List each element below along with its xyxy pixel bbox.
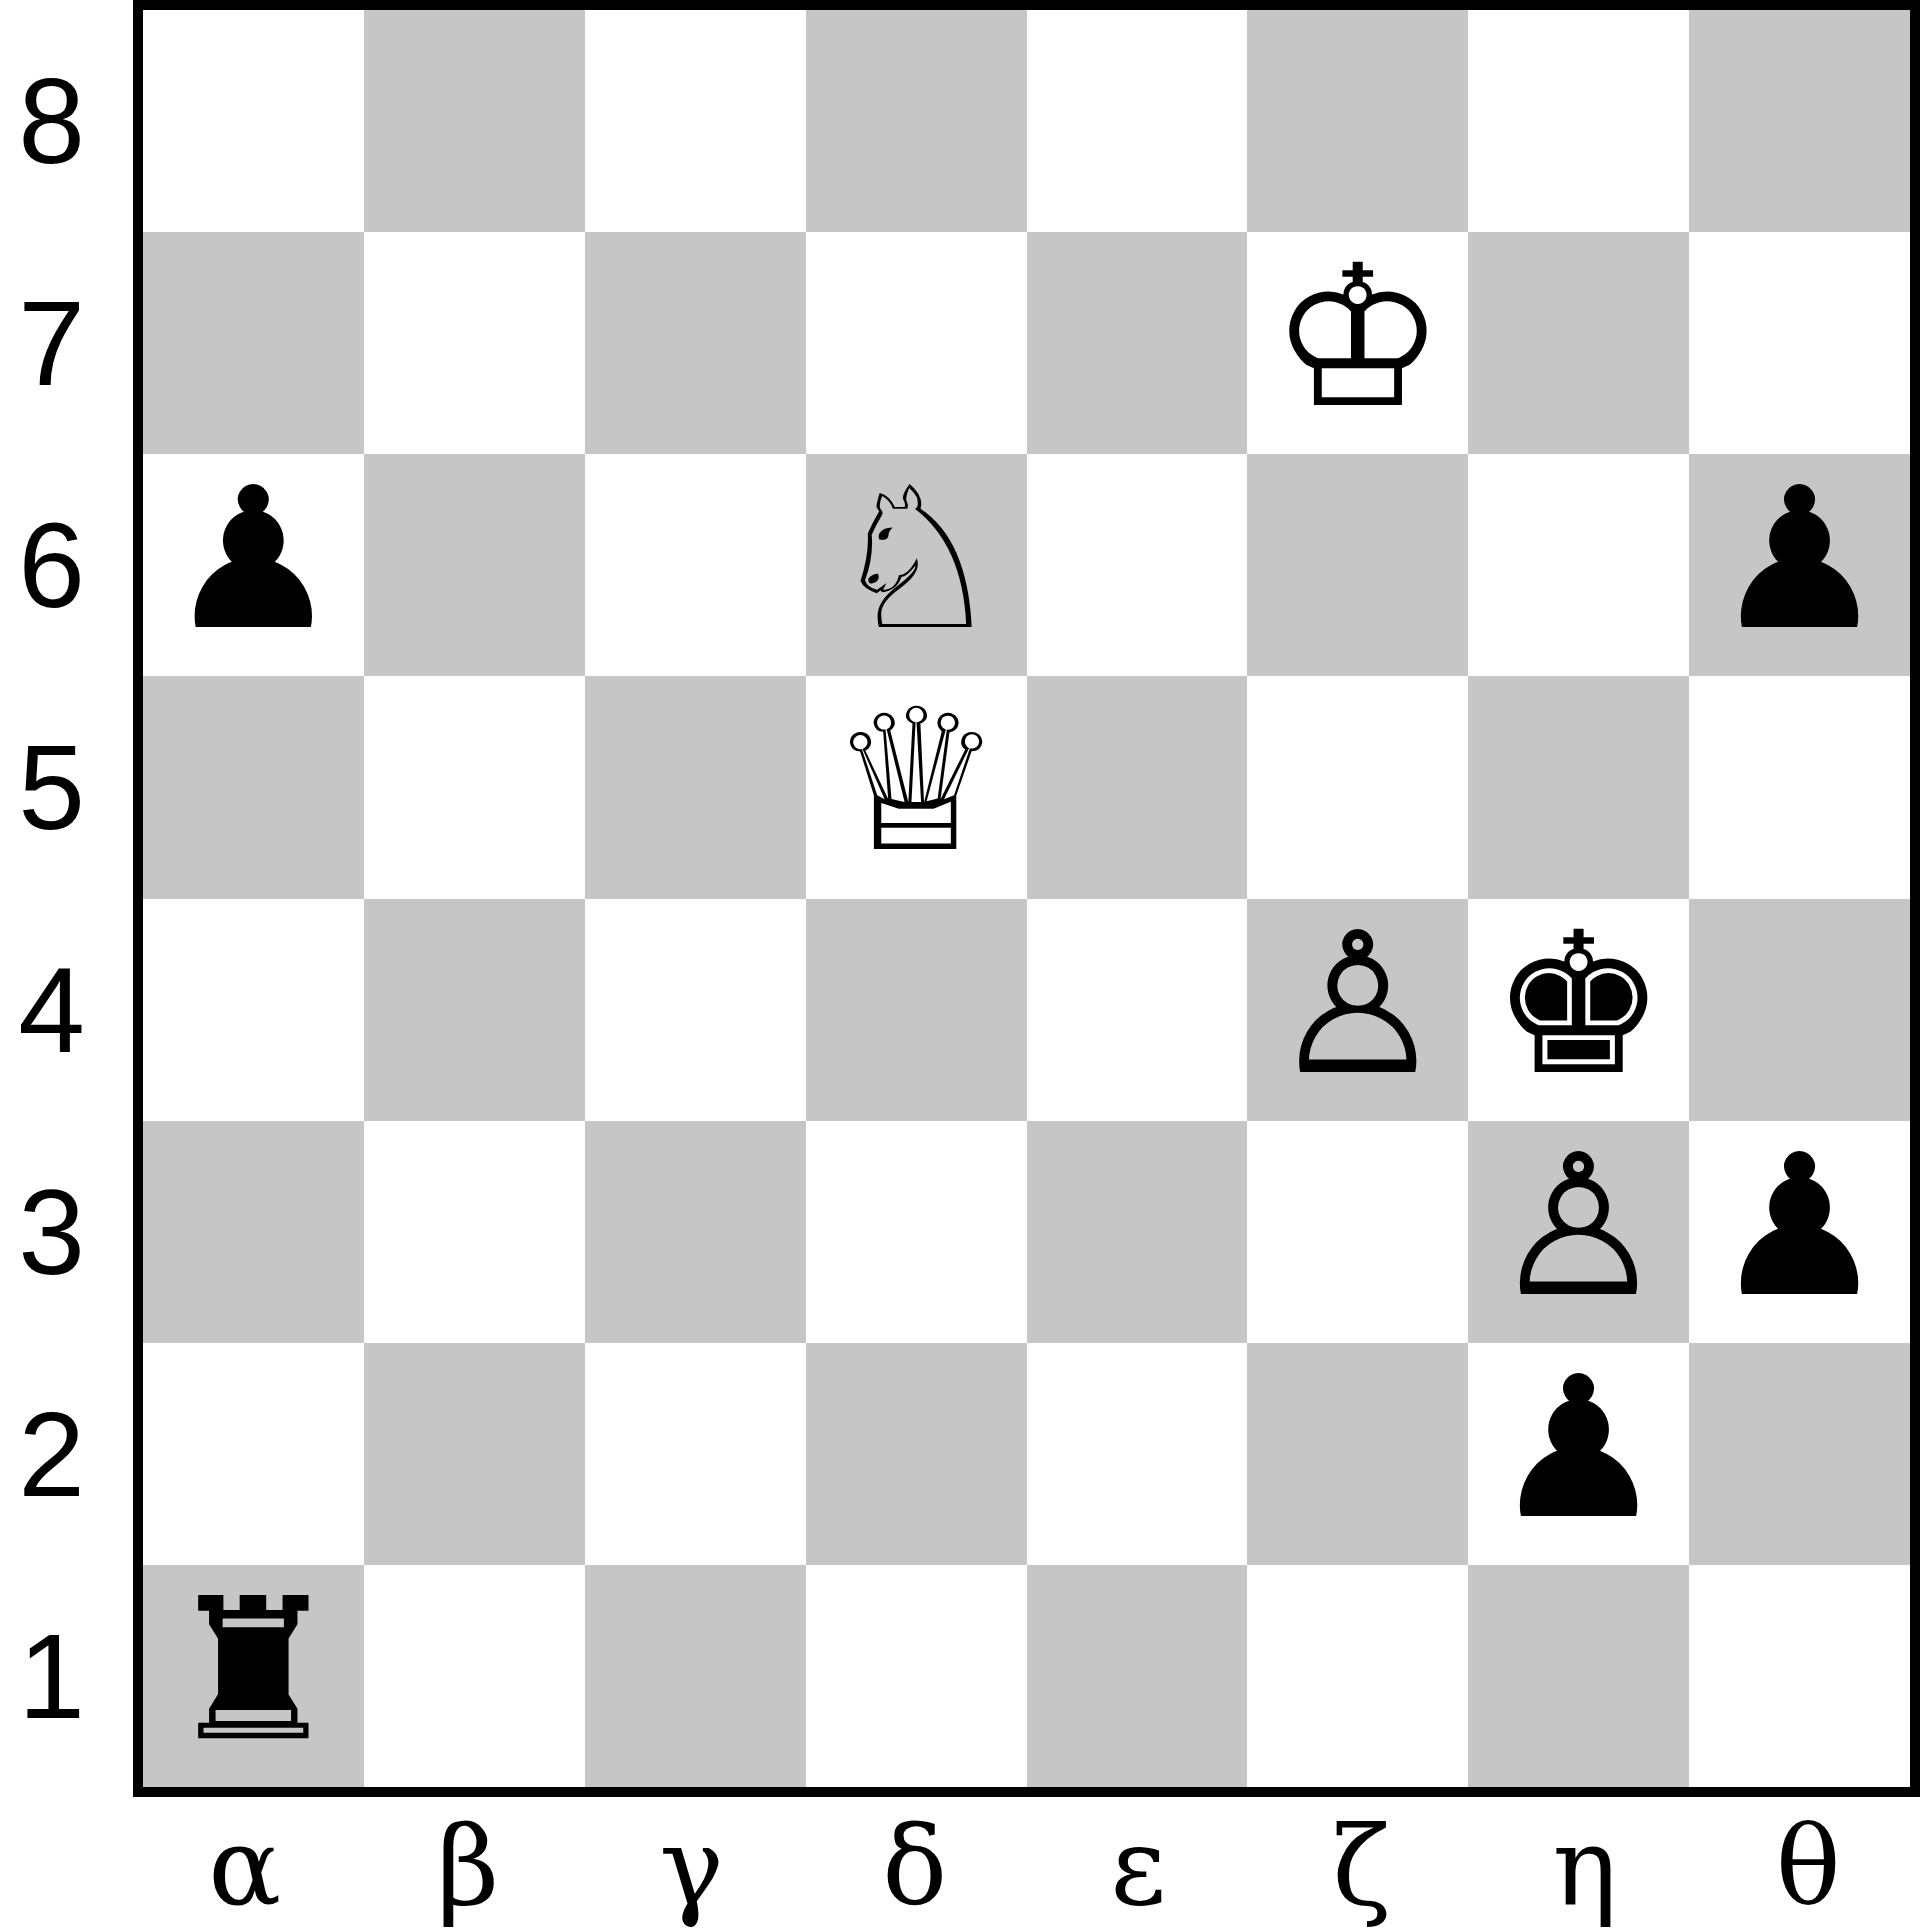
square-ε4[interactable]	[1027, 899, 1248, 1121]
square-γ3[interactable]	[585, 1121, 806, 1343]
board-frame: ♔♟♘♟♕♙♚♙♟♟♜	[133, 0, 1920, 1797]
square-ε7[interactable]	[1027, 232, 1248, 454]
square-ζ4[interactable]: ♙	[1247, 899, 1468, 1121]
square-γ7[interactable]	[585, 232, 806, 454]
square-ζ2[interactable]	[1247, 1343, 1468, 1565]
square-β5[interactable]	[364, 676, 585, 898]
square-ε3[interactable]	[1027, 1121, 1248, 1343]
square-ε2[interactable]	[1027, 1343, 1248, 1565]
square-δ7[interactable]	[806, 232, 1027, 454]
square-α3[interactable]	[143, 1121, 364, 1343]
square-ε8[interactable]	[1027, 10, 1248, 232]
square-α5[interactable]	[143, 676, 364, 898]
file-label-β: β	[356, 1797, 579, 1931]
square-η4[interactable]: ♚	[1468, 899, 1689, 1121]
black-pawn: ♟	[166, 461, 342, 657]
black-pawn: ♟	[1712, 1128, 1888, 1324]
square-α4[interactable]	[143, 899, 364, 1121]
black-pawn: ♟	[1712, 461, 1888, 657]
square-α8[interactable]	[143, 10, 364, 232]
file-label-η: η	[1473, 1797, 1696, 1931]
rank-label-7: 7	[0, 232, 133, 454]
file-label-δ: δ	[803, 1797, 1026, 1931]
square-η3[interactable]: ♙	[1468, 1121, 1689, 1343]
square-γ5[interactable]	[585, 676, 806, 898]
square-α2[interactable]	[143, 1343, 364, 1565]
square-θ3[interactable]: ♟	[1689, 1121, 1910, 1343]
square-θ4[interactable]	[1689, 899, 1910, 1121]
square-η5[interactable]	[1468, 676, 1689, 898]
square-α7[interactable]	[143, 232, 364, 454]
rank-label-2: 2	[0, 1343, 133, 1565]
square-θ7[interactable]	[1689, 232, 1910, 454]
square-γ1[interactable]	[585, 1565, 806, 1787]
square-δ1[interactable]	[806, 1565, 1027, 1787]
rank-label-8: 8	[0, 10, 133, 232]
square-η2[interactable]: ♟	[1468, 1343, 1689, 1565]
square-γ6[interactable]	[585, 454, 806, 676]
square-ζ8[interactable]	[1247, 10, 1468, 232]
square-β1[interactable]	[364, 1565, 585, 1787]
square-δ2[interactable]	[806, 1343, 1027, 1565]
black-pawn: ♟	[1491, 1350, 1667, 1546]
square-θ5[interactable]	[1689, 676, 1910, 898]
square-η7[interactable]	[1468, 232, 1689, 454]
rank-labels: 87654321	[0, 0, 133, 1797]
square-δ8[interactable]	[806, 10, 1027, 232]
file-label-θ: θ	[1697, 1797, 1920, 1931]
square-ζ5[interactable]	[1247, 676, 1468, 898]
square-δ5[interactable]: ♕	[806, 676, 1027, 898]
square-β6[interactable]	[364, 454, 585, 676]
white-king: ♔	[1270, 239, 1446, 435]
square-α6[interactable]: ♟	[143, 454, 364, 676]
square-ζ1[interactable]	[1247, 1565, 1468, 1787]
file-label-γ: γ	[580, 1797, 803, 1931]
white-pawn: ♙	[1491, 1128, 1667, 1324]
square-θ6[interactable]: ♟	[1689, 454, 1910, 676]
square-δ4[interactable]	[806, 899, 1027, 1121]
file-label-ζ: ζ	[1250, 1797, 1473, 1931]
square-α1[interactable]: ♜	[143, 1565, 364, 1787]
file-label-ε: ε	[1027, 1797, 1250, 1931]
white-pawn: ♙	[1270, 906, 1446, 1102]
square-β2[interactable]	[364, 1343, 585, 1565]
square-θ2[interactable]	[1689, 1343, 1910, 1565]
square-β4[interactable]	[364, 899, 585, 1121]
square-β8[interactable]	[364, 10, 585, 232]
chess-board: ♔♟♘♟♕♙♚♙♟♟♜	[143, 10, 1910, 1787]
square-β3[interactable]	[364, 1121, 585, 1343]
square-δ3[interactable]	[806, 1121, 1027, 1343]
square-ζ3[interactable]	[1247, 1121, 1468, 1343]
square-β7[interactable]	[364, 232, 585, 454]
rank-label-5: 5	[0, 676, 133, 898]
file-label-α: α	[133, 1797, 356, 1931]
square-θ1[interactable]	[1689, 1565, 1910, 1787]
black-king: ♚	[1491, 906, 1667, 1102]
square-ε6[interactable]	[1027, 454, 1248, 676]
file-labels: αβγδεζηθ	[133, 1797, 1920, 1931]
black-rook: ♜	[166, 1572, 342, 1768]
square-ζ6[interactable]	[1247, 454, 1468, 676]
chess-diagram-page: 87654321 ♔♟♘♟♕♙♚♙♟♟♜ αβγδεζηθ	[0, 0, 1920, 1931]
square-γ4[interactable]	[585, 899, 806, 1121]
square-η1[interactable]	[1468, 1565, 1689, 1787]
square-γ2[interactable]	[585, 1343, 806, 1565]
white-queen: ♕	[828, 683, 1004, 879]
square-ε5[interactable]	[1027, 676, 1248, 898]
rank-label-3: 3	[0, 1121, 133, 1343]
square-θ8[interactable]	[1689, 10, 1910, 232]
square-ε1[interactable]	[1027, 1565, 1248, 1787]
rank-label-1: 1	[0, 1565, 133, 1787]
square-γ8[interactable]	[585, 10, 806, 232]
square-η8[interactable]	[1468, 10, 1689, 232]
rank-label-6: 6	[0, 454, 133, 676]
rank-label-4: 4	[0, 899, 133, 1121]
white-knight: ♘	[828, 461, 1004, 657]
square-δ6[interactable]: ♘	[806, 454, 1027, 676]
square-ζ7[interactable]: ♔	[1247, 232, 1468, 454]
corner-spacer	[0, 1797, 133, 1931]
square-η6[interactable]	[1468, 454, 1689, 676]
